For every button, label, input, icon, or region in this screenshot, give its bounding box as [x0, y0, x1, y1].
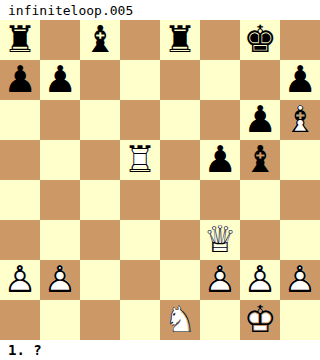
black-rook-icon: ♜ — [0, 20, 40, 60]
square-c5[interactable] — [80, 140, 120, 180]
square-a8[interactable]: ♜ — [0, 20, 40, 60]
white-pawn-icon: ♟♙ — [280, 260, 320, 300]
white-bishop-icon: ♝♗ — [280, 100, 320, 140]
black-bishop-icon: ♝ — [80, 20, 120, 60]
square-g3[interactable] — [240, 220, 280, 260]
black-pawn-icon: ♟ — [240, 100, 280, 140]
square-f5[interactable]: ♟ — [200, 140, 240, 180]
square-d5[interactable]: ♜♖ — [120, 140, 160, 180]
square-f2[interactable]: ♟♙ — [200, 260, 240, 300]
white-pawn-icon: ♟♙ — [40, 260, 80, 300]
square-e2[interactable] — [160, 260, 200, 300]
square-g8[interactable]: ♚ — [240, 20, 280, 60]
chess-board: ♜♝♜♚♟♟♟♟♝♗♜♖♟♝♛♕♟♙♟♙♟♙♟♙♟♙♞♘♚♔ — [0, 20, 320, 340]
square-g4[interactable] — [240, 180, 280, 220]
square-a4[interactable] — [0, 180, 40, 220]
square-h7[interactable]: ♟ — [280, 60, 320, 100]
move-prompt: 1. ? — [0, 340, 320, 360]
square-d7[interactable] — [120, 60, 160, 100]
square-h5[interactable] — [280, 140, 320, 180]
square-a1[interactable] — [0, 300, 40, 340]
square-g6[interactable]: ♟ — [240, 100, 280, 140]
square-c4[interactable] — [80, 180, 120, 220]
square-e8[interactable]: ♜ — [160, 20, 200, 60]
black-king-icon: ♚ — [240, 20, 280, 60]
square-f7[interactable] — [200, 60, 240, 100]
square-d4[interactable] — [120, 180, 160, 220]
white-king-icon: ♚♔ — [240, 300, 280, 340]
square-e3[interactable] — [160, 220, 200, 260]
square-b5[interactable] — [40, 140, 80, 180]
square-g1[interactable]: ♚♔ — [240, 300, 280, 340]
black-pawn-icon: ♟ — [0, 60, 40, 100]
square-h4[interactable] — [280, 180, 320, 220]
square-c6[interactable] — [80, 100, 120, 140]
square-e4[interactable] — [160, 180, 200, 220]
square-b3[interactable] — [40, 220, 80, 260]
black-pawn-icon: ♟ — [40, 60, 80, 100]
square-f1[interactable] — [200, 300, 240, 340]
puzzle-title: infiniteloop.005 — [0, 0, 320, 20]
square-a3[interactable] — [0, 220, 40, 260]
square-b7[interactable]: ♟ — [40, 60, 80, 100]
square-a2[interactable]: ♟♙ — [0, 260, 40, 300]
square-c8[interactable]: ♝ — [80, 20, 120, 60]
square-d2[interactable] — [120, 260, 160, 300]
square-d6[interactable] — [120, 100, 160, 140]
square-f8[interactable] — [200, 20, 240, 60]
square-h2[interactable]: ♟♙ — [280, 260, 320, 300]
square-f3[interactable]: ♛♕ — [200, 220, 240, 260]
white-pawn-icon: ♟♙ — [0, 260, 40, 300]
black-pawn-icon: ♟ — [200, 140, 240, 180]
square-g5[interactable]: ♝ — [240, 140, 280, 180]
square-c7[interactable] — [80, 60, 120, 100]
square-b2[interactable]: ♟♙ — [40, 260, 80, 300]
square-e7[interactable] — [160, 60, 200, 100]
square-h8[interactable] — [280, 20, 320, 60]
square-c2[interactable] — [80, 260, 120, 300]
white-pawn-icon: ♟♙ — [200, 260, 240, 300]
white-knight-icon: ♞♘ — [160, 300, 200, 340]
square-d3[interactable] — [120, 220, 160, 260]
square-d8[interactable] — [120, 20, 160, 60]
square-c3[interactable] — [80, 220, 120, 260]
square-a6[interactable] — [0, 100, 40, 140]
white-queen-icon: ♛♕ — [200, 220, 240, 260]
square-b4[interactable] — [40, 180, 80, 220]
square-h3[interactable] — [280, 220, 320, 260]
square-g2[interactable]: ♟♙ — [240, 260, 280, 300]
square-e5[interactable] — [160, 140, 200, 180]
black-bishop-icon: ♝ — [240, 140, 280, 180]
square-b1[interactable] — [40, 300, 80, 340]
square-d1[interactable] — [120, 300, 160, 340]
square-b6[interactable] — [40, 100, 80, 140]
square-g7[interactable] — [240, 60, 280, 100]
black-pawn-icon: ♟ — [280, 60, 320, 100]
square-e1[interactable]: ♞♘ — [160, 300, 200, 340]
square-h6[interactable]: ♝♗ — [280, 100, 320, 140]
square-f4[interactable] — [200, 180, 240, 220]
square-f6[interactable] — [200, 100, 240, 140]
white-rook-icon: ♜♖ — [120, 140, 160, 180]
square-e6[interactable] — [160, 100, 200, 140]
square-a5[interactable] — [0, 140, 40, 180]
black-rook-icon: ♜ — [160, 20, 200, 60]
square-b8[interactable] — [40, 20, 80, 60]
square-a7[interactable]: ♟ — [0, 60, 40, 100]
square-h1[interactable] — [280, 300, 320, 340]
white-pawn-icon: ♟♙ — [240, 260, 280, 300]
square-c1[interactable] — [80, 300, 120, 340]
